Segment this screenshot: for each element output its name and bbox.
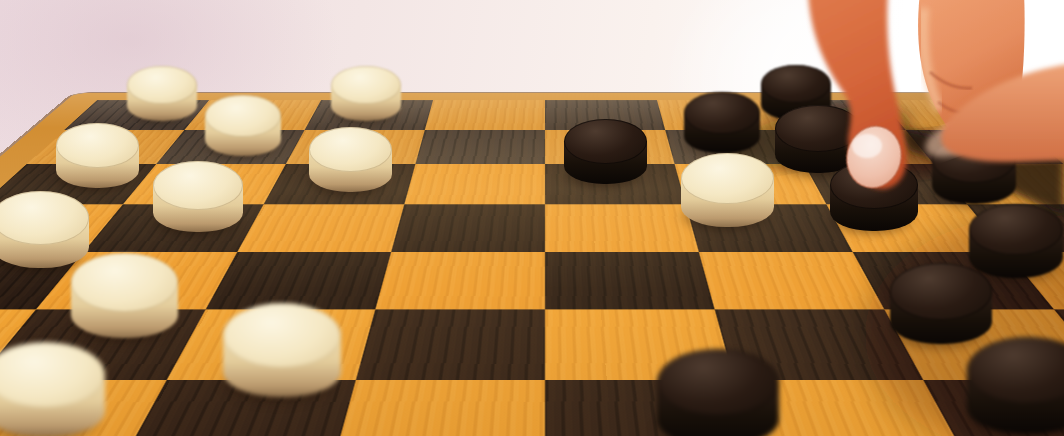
square-r1c8 <box>881 100 1026 130</box>
square-r1c6 <box>657 100 785 130</box>
checkers-board <box>0 93 1064 436</box>
square-r6c4 <box>356 309 545 380</box>
square-r3c6 <box>675 164 827 204</box>
board-grid <box>0 100 1064 436</box>
square-r3c5 <box>545 164 686 204</box>
square-r1c4 <box>425 100 545 130</box>
square-r2c8 <box>906 130 1064 164</box>
checkers-photo-stage <box>0 0 1064 436</box>
square-r4c3 <box>237 204 404 252</box>
square-r4c4 <box>391 204 545 252</box>
square-r7c5 <box>545 380 759 436</box>
square-r1c3 <box>305 100 433 130</box>
square-r3c4 <box>404 164 545 204</box>
square-r1c5 <box>545 100 665 130</box>
square-r5c3 <box>206 252 392 309</box>
square-r2c5 <box>545 130 675 164</box>
square-r2c4 <box>415 130 545 164</box>
square-r7c4 <box>331 380 545 436</box>
square-r4c6 <box>686 204 853 252</box>
square-r5c4 <box>375 252 545 309</box>
square-r2c6 <box>665 130 804 164</box>
square-r5c5 <box>545 252 715 309</box>
square-r6c5 <box>545 309 734 380</box>
square-r1c2 <box>184 100 321 130</box>
square-r4c5 <box>545 204 699 252</box>
square-r2c3 <box>286 130 425 164</box>
square-r3c3 <box>264 164 416 204</box>
